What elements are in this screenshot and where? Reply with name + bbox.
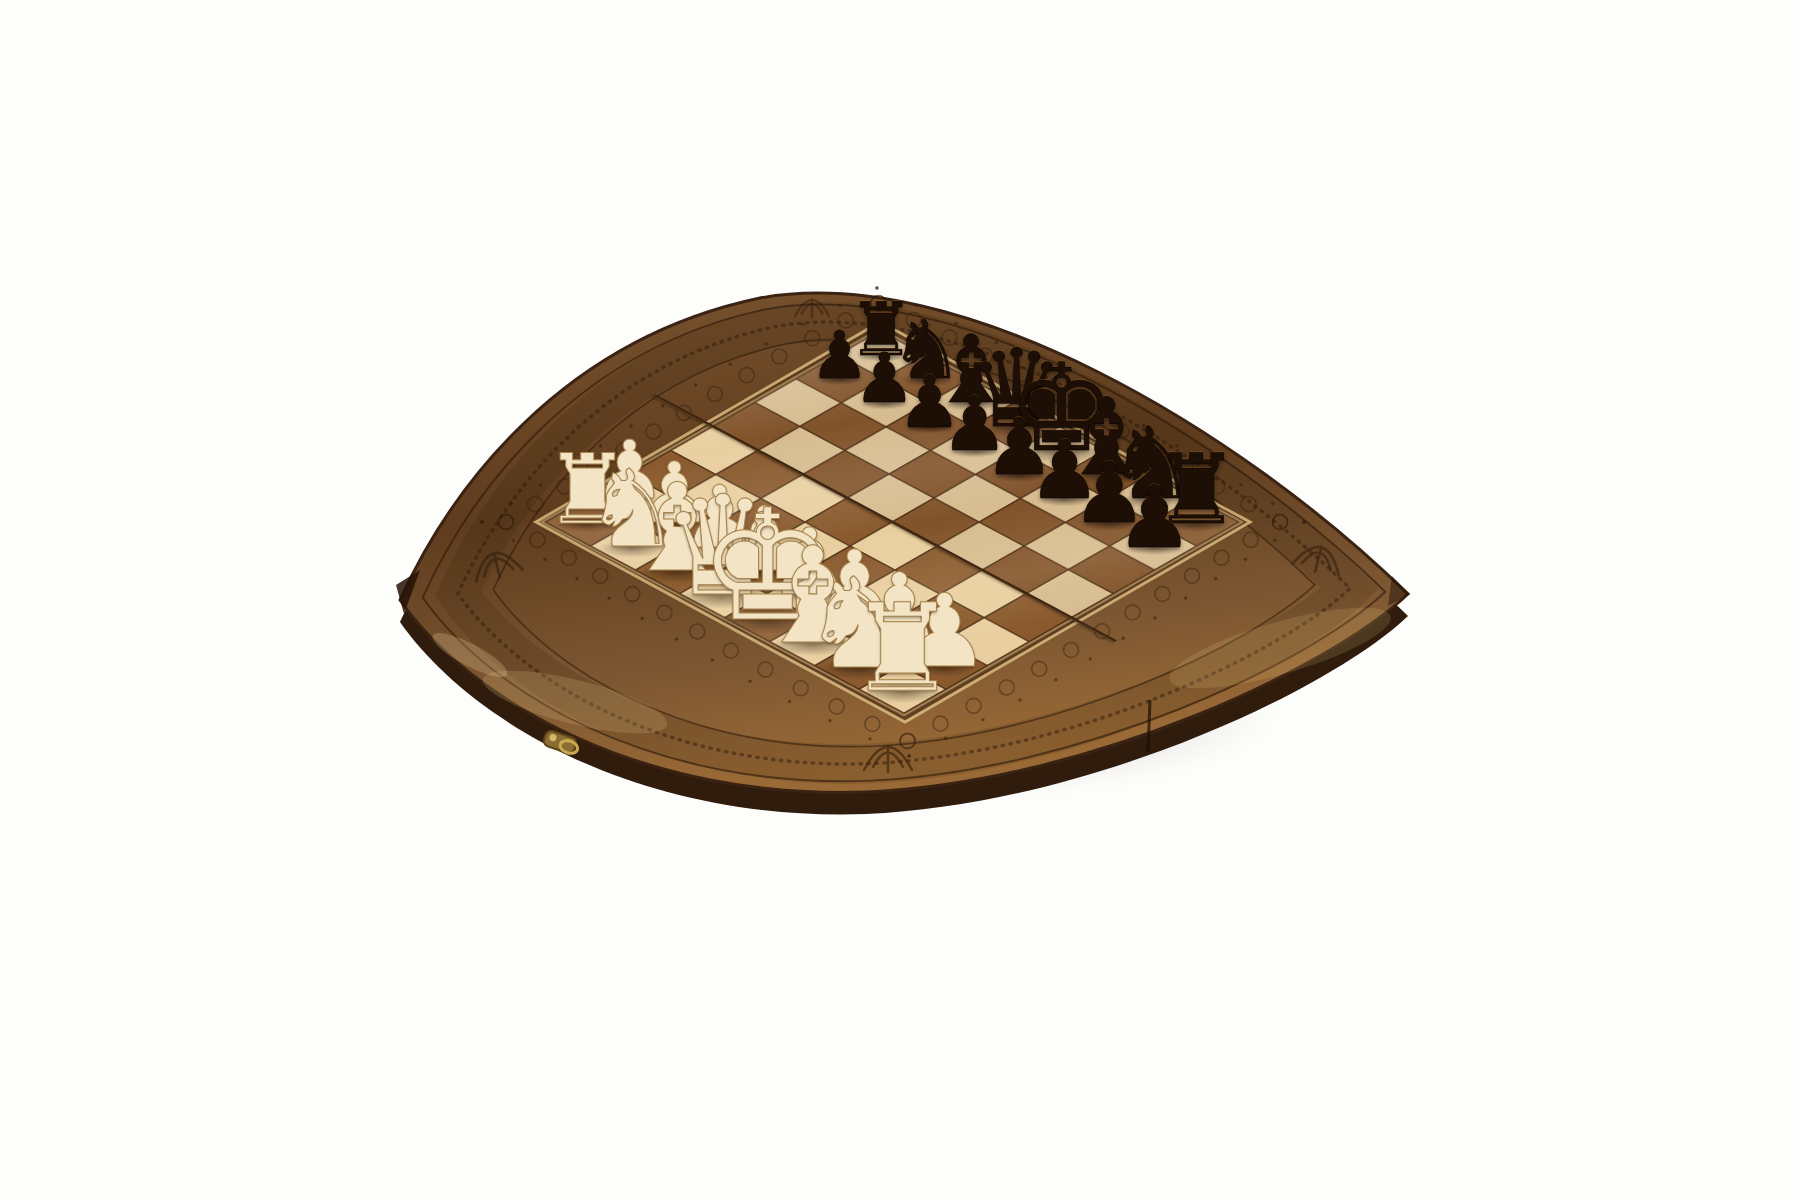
screenshot-root: ♜♞♝♛♚♝♞♜♟♟♟♟♟♟♟♟♟♟♟♟♟♟♟♟♜♞♝♛♚♝♞♜ [0, 0, 1800, 1200]
side-fold-gap [1148, 700, 1150, 752]
piece-white-rook-h1[interactable]: ♜ [848, 588, 956, 709]
piece-black-pawn-h7[interactable]: ♟ [1116, 474, 1193, 560]
